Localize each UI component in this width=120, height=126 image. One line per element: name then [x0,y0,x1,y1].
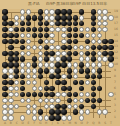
white-stone [32,68,37,73]
white-stone [49,15,54,20]
black-stone [79,62,84,67]
black-stone [49,92,54,97]
black-stone [79,104,84,109]
black-stone [67,56,72,61]
black-stone [8,51,13,56]
white-stone [79,115,84,120]
black-stone [91,104,96,109]
white-stone [97,56,102,61]
white-stone [44,15,49,20]
white-stone [8,92,13,97]
white-stone [49,39,54,44]
black-stone [32,27,37,32]
black-stone [61,109,66,114]
white-stone [79,98,84,103]
black-stone [79,9,84,14]
black-stone [8,39,13,44]
white-stone [97,109,102,114]
white-stone [49,45,54,50]
black-stone [91,98,96,103]
white-stone [61,74,66,79]
black-stone [14,62,19,67]
black-stone [38,109,43,114]
white-stone [44,9,49,14]
white-stone [32,45,37,50]
black-stone [108,39,113,44]
white-stone [14,104,19,109]
black-stone [32,92,37,97]
black-stone [8,62,13,67]
coords-bottom-row: ABCDEFGHJKLMNOPQRST [2,121,114,126]
black-stone [2,62,7,67]
white-stone [55,45,60,50]
white-stone [38,51,43,56]
white-stone [38,45,43,50]
black-stone [85,98,90,103]
white-stone [108,62,113,67]
white-stone [49,98,54,103]
black-stone [91,80,96,85]
black-stone [73,92,78,97]
black-stone [55,15,60,20]
black-stone [20,92,25,97]
header-score-info-label: 白9P 白目13.5目半 [72,1,107,7]
white-stone [14,92,19,97]
white-stone [49,56,54,61]
coord-label-col-T: T [108,121,114,126]
white-stone [2,98,7,103]
black-stone [20,27,25,32]
black-stone [38,33,43,38]
black-stone [2,27,7,32]
white-stone [38,115,43,120]
white-stone [102,9,107,14]
black-stone [44,68,49,73]
black-stone [44,80,49,85]
black-stone [8,45,13,50]
black-stone [61,45,66,50]
white-stone [26,45,31,50]
white-stone [32,109,37,114]
black-stone [67,68,72,73]
black-stone [44,92,49,97]
white-stone [55,98,60,103]
black-stone [73,39,78,44]
white-stone [26,39,31,44]
black-stone [2,39,7,44]
black-stone [44,51,49,56]
black-stone [67,51,72,56]
white-stone [26,33,31,38]
white-stone [61,27,66,32]
white-stone [91,68,96,73]
black-stone [67,39,72,44]
black-stone [67,86,72,91]
white-stone [85,33,90,38]
black-stone [8,21,13,26]
black-stone [20,39,25,44]
white-stone [108,15,113,20]
black-stone [97,86,102,91]
white-stone [85,56,90,61]
white-stone [79,51,84,56]
white-stone [2,68,7,73]
black-stone [85,74,90,79]
white-stone [8,98,13,103]
white-stone [91,39,96,44]
white-stone [8,109,13,114]
white-stone [20,62,25,67]
black-stone [2,92,7,97]
black-stone [91,21,96,26]
black-stone [73,21,78,26]
black-stone [102,39,107,44]
black-stone [20,74,25,79]
white-stone [55,51,60,56]
black-stone [67,98,72,103]
black-stone [55,74,60,79]
white-stone [20,68,25,73]
white-stone [32,104,37,109]
black-stone [73,51,78,56]
white-stone [67,62,72,67]
black-stone [91,45,96,50]
white-stone [38,56,43,61]
black-stone [38,15,43,20]
white-stone [38,86,43,91]
white-stone [49,104,54,109]
black-stone [38,92,43,97]
black-stone [67,74,72,79]
black-stone [91,51,96,56]
black-stone [26,27,31,32]
black-stone [14,68,19,73]
black-stone [38,68,43,73]
white-stone [55,92,60,97]
white-stone [73,98,78,103]
black-stone [73,33,78,38]
black-stone [67,45,72,50]
header-move-info-label: 白9P·黑36目半 [46,1,73,7]
black-stone [108,51,113,56]
black-stone [20,86,25,91]
white-stone [91,33,96,38]
black-stone [67,15,72,20]
white-stone [49,27,54,32]
white-stone [61,33,66,38]
black-stone [67,92,72,97]
black-stone [8,56,13,61]
white-stone [55,27,60,32]
black-stone [102,51,107,56]
white-stone [20,51,25,56]
white-stone [79,15,84,20]
black-stone [91,15,96,20]
white-stone [38,98,43,103]
white-stone [20,98,25,103]
white-stone [8,86,13,91]
black-stone [73,109,78,114]
black-stone [44,45,49,50]
white-stone [61,115,66,120]
black-stone [2,74,7,79]
white-stone [97,62,102,67]
white-stone [44,98,49,103]
black-stone [79,86,84,91]
white-stone [97,33,102,38]
black-stone [44,27,49,32]
white-stone [26,74,31,79]
black-stone [55,68,60,73]
white-stone [102,15,107,20]
white-stone [14,86,19,91]
black-stone [55,80,60,85]
white-stone [97,27,102,32]
black-stone [32,33,37,38]
black-stone [26,15,31,20]
black-stone [97,98,102,103]
black-stone [55,62,60,67]
white-stone [97,15,102,20]
white-stone [8,27,13,32]
black-stone [67,9,72,14]
black-stone [2,21,7,26]
white-stone [49,68,54,73]
black-stone [67,33,72,38]
black-stone [49,109,54,114]
white-stone [26,109,31,114]
white-stone [73,74,78,79]
white-stone [26,51,31,56]
black-stone [44,56,49,61]
black-stone [85,51,90,56]
black-stone [91,9,96,14]
black-stone [20,21,25,26]
black-stone [91,92,96,97]
white-stone [8,104,13,109]
white-stone [79,109,84,114]
white-stone [14,21,19,26]
white-stone [73,68,78,73]
black-stone [91,27,96,32]
white-stone [26,104,31,109]
black-stone [38,21,43,26]
black-stone [38,39,43,44]
black-stone [85,39,90,44]
white-stone [73,45,78,50]
black-stone [8,80,13,85]
black-stone [49,86,54,91]
black-stone [44,21,49,26]
white-stone [97,9,102,14]
black-stone [38,9,43,14]
black-stone [55,104,60,109]
white-stone [79,56,84,61]
white-stone [32,80,37,85]
black-stone [8,33,13,38]
black-stone [55,115,60,120]
black-stone [49,115,54,120]
white-stone [61,51,66,56]
white-stone [61,92,66,97]
coord-label-row-1: 1 [114,115,120,121]
header-bar: 黑:FIA 白9P·黑36目半 白9P 白目13.5目半 [0,0,120,9]
go-viewer-window: 黑:FIA 白9P·黑36目半 白9P 白目13.5目半 19181716151… [0,0,120,126]
black-stone [67,27,72,32]
white-stone [79,45,84,50]
black-stone [108,56,113,61]
black-stone [73,27,78,32]
black-stone [20,45,25,50]
black-stone [97,68,102,73]
white-stone [44,104,49,109]
black-stone [61,9,66,14]
white-stone [102,56,107,61]
white-stone [97,39,102,44]
black-stone [73,15,78,20]
board-stone-grid [2,9,114,121]
black-stone [2,86,7,91]
black-stone [61,80,66,85]
black-stone [38,27,43,32]
black-stone [79,68,84,73]
white-stone [85,80,90,85]
white-stone [97,51,102,56]
black-stone [91,56,96,61]
white-stone [44,115,49,120]
white-stone [85,45,90,50]
white-stone [91,62,96,67]
white-stone [85,27,90,32]
black-stone [79,80,84,85]
white-stone [2,109,7,114]
black-stone [55,109,60,114]
white-stone [97,21,102,26]
black-stone [61,86,66,91]
black-stone [44,86,49,91]
white-stone [26,68,31,73]
black-stone [55,9,60,14]
coords-right-column: 19181716151413121110987654321 [114,9,120,121]
white-stone [8,115,13,120]
white-stone [108,92,113,97]
white-stone [26,80,31,85]
white-stone [61,39,66,44]
black-stone [26,21,31,26]
black-stone [97,45,102,50]
header-black-player-label: 黑:FIA [28,1,40,7]
white-stone [102,21,107,26]
black-stone [108,45,113,50]
black-stone [79,33,84,38]
white-stone [8,74,13,79]
white-stone [102,109,107,114]
white-stone [49,33,54,38]
black-stone [14,27,19,32]
black-stone [91,86,96,91]
white-stone [49,21,54,26]
white-stone [44,39,49,44]
white-stone [102,27,107,32]
black-stone [32,56,37,61]
black-stone [20,56,25,61]
white-stone [14,15,19,20]
black-stone [14,39,19,44]
white-stone [20,33,25,38]
black-stone [2,33,7,38]
black-stone [79,21,84,26]
white-stone [26,62,31,67]
black-stone [14,74,19,79]
white-stone [20,9,25,14]
black-stone [61,15,66,20]
white-stone [73,62,78,67]
white-stone [79,92,84,97]
black-stone [2,15,7,20]
black-stone [49,74,54,79]
black-stone [2,9,7,14]
white-stone [85,92,90,97]
white-stone [67,115,72,120]
white-stone [67,104,72,109]
white-stone [73,104,78,109]
black-stone [61,62,66,67]
black-stone [38,74,43,79]
black-stone [2,51,7,56]
white-stone [26,98,31,103]
black-stone [14,51,19,56]
white-stone [49,9,54,14]
white-stone [32,86,37,91]
white-stone [32,74,37,79]
black-stone [14,33,19,38]
black-stone [61,21,66,26]
white-stone [26,9,31,14]
white-stone [49,62,54,67]
white-stone [20,115,25,120]
white-stone [8,68,13,73]
go-board: 19181716151413121110987654321 ABCDEFGHJK… [0,9,120,126]
white-stone [2,115,7,120]
white-stone [2,104,7,109]
black-stone [61,104,66,109]
black-stone [26,92,31,97]
white-stone [85,109,90,114]
black-stone [67,21,72,26]
black-stone [44,33,49,38]
white-stone [20,15,25,20]
white-stone [14,80,19,85]
black-stone [14,56,19,61]
black-stone [55,21,60,26]
black-stone [102,45,107,50]
white-stone [44,62,49,67]
white-stone [85,62,90,67]
black-stone [32,15,37,20]
black-stone [85,68,90,73]
black-stone [91,74,96,79]
white-stone [79,27,84,32]
black-stone [2,80,7,85]
white-stone [32,115,37,120]
black-stone [61,56,66,61]
black-stone [20,80,25,85]
black-stone [49,51,54,56]
black-stone [73,80,78,85]
black-stone [32,62,37,67]
white-stone [38,62,43,67]
white-stone [55,56,60,61]
